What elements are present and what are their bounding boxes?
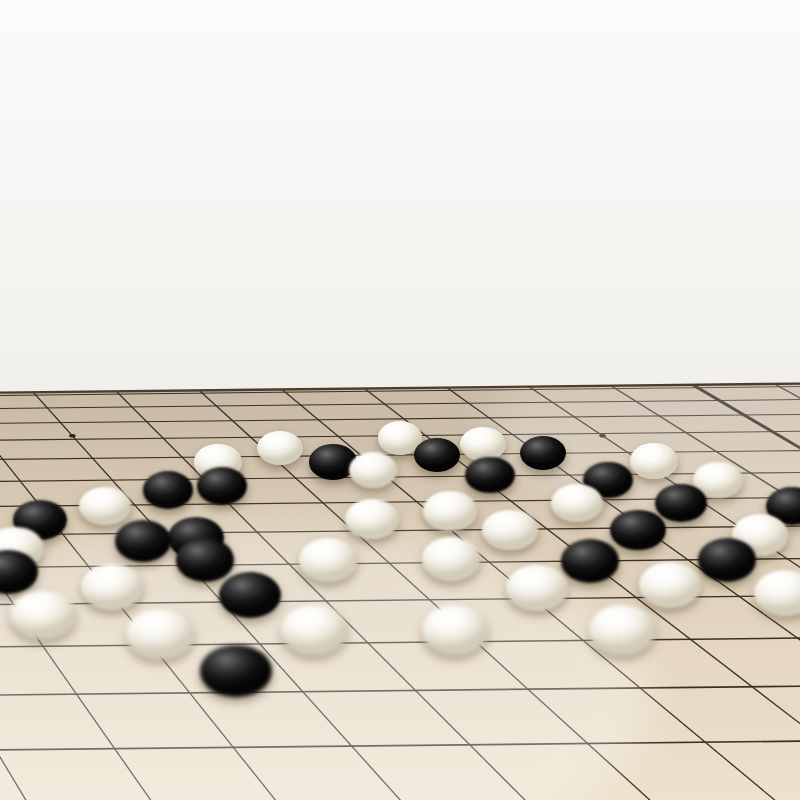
product-photo-scene (0, 0, 800, 800)
go-board (0, 0, 800, 800)
star-point (69, 434, 76, 438)
